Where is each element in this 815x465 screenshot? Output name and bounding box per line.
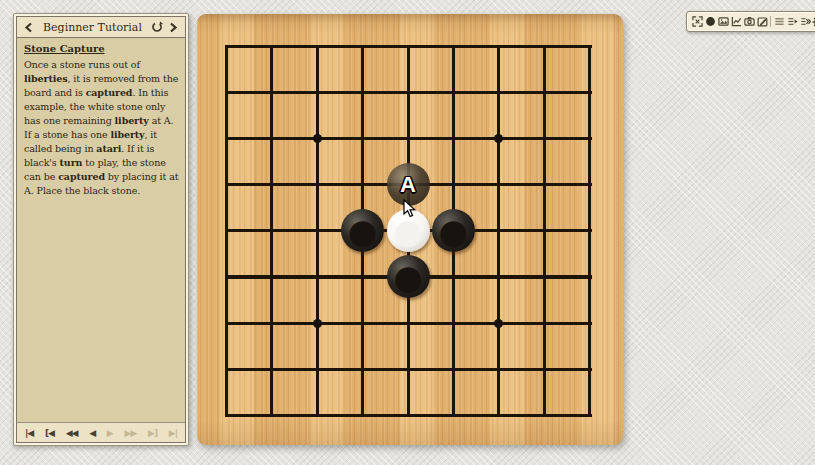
star-point	[476, 300, 521, 346]
stone-glyph: ●	[393, 260, 423, 294]
nav-forward-10-button[interactable]: ▶▶	[124, 428, 136, 438]
black-stone: ●	[431, 208, 476, 254]
liberty-label-A: A	[387, 163, 430, 206]
toolbar-separator	[770, 16, 771, 27]
tutorial-title: Beginner Tutorial	[43, 21, 142, 34]
nav-prev-branch-button[interactable]: [◀	[45, 428, 54, 438]
tutorial-paragraph: Once a stone runs out of liberties, it i…	[24, 58, 180, 198]
star-point-dot	[494, 319, 503, 328]
bold-term: turn	[60, 157, 83, 168]
star-point	[295, 116, 340, 162]
camera-icon[interactable]	[743, 15, 755, 28]
stone-icon[interactable]	[704, 15, 716, 28]
chart-icon[interactable]	[730, 15, 742, 28]
nav-back-button[interactable]: ◀	[89, 428, 95, 438]
star-point-dot	[313, 319, 322, 328]
section-heading: Stone Capture	[24, 43, 180, 54]
white-stone: ●	[385, 208, 430, 254]
refresh-icon[interactable]	[150, 20, 163, 34]
bold-term: liberties	[24, 73, 67, 84]
fullscreen-icon[interactable]	[691, 15, 703, 28]
bold-term: liberty	[110, 129, 144, 140]
nav-forward-button[interactable]: ▶	[107, 428, 113, 438]
nav-next-branch-button[interactable]: ▶]	[148, 428, 157, 438]
tutorial-header: Beginner Tutorial	[17, 17, 185, 38]
tutorial-content: Stone Capture Once a stone runs out of l…	[17, 38, 185, 422]
star-point	[295, 300, 340, 346]
nav-last-button[interactable]: ▶|	[169, 428, 177, 438]
tutorial-panel: Beginner Tutorial Stone Capture Once a s…	[13, 13, 189, 446]
stone-glyph: ●	[348, 214, 378, 248]
list-jump-icon[interactable]	[799, 15, 811, 28]
go-board[interactable]: ●A●●●●	[197, 14, 623, 445]
stone-glyph: ●	[393, 214, 423, 248]
stone-body: ●	[432, 209, 475, 252]
stone-body: ●	[341, 209, 384, 252]
list-play-icon[interactable]	[786, 15, 798, 28]
star-point-dot	[313, 134, 322, 143]
stone-body: ●	[387, 209, 430, 252]
ghost-stone-liberty-A[interactable]: ●A	[385, 162, 430, 208]
nav-back-10-button[interactable]: ◀◀	[66, 428, 78, 438]
tutorial-nav: |◀[◀◀◀◀▶▶▶▶]▶|	[17, 422, 185, 442]
nav-first-button[interactable]: |◀	[25, 428, 33, 438]
black-stone: ●	[340, 208, 385, 254]
tutorial-panel-inner: Beginner Tutorial Stone Capture Once a s…	[16, 16, 186, 443]
stone-glyph: ●	[439, 214, 469, 248]
image-icon[interactable]	[717, 15, 729, 28]
bold-term: liberty	[115, 115, 149, 126]
star-point-dot	[494, 134, 503, 143]
star-point	[476, 116, 521, 162]
board-grid: ●A●●●●	[204, 23, 613, 438]
stone-body: ●	[387, 255, 430, 298]
bold-term: captured	[86, 87, 133, 98]
stone-body: ●A	[387, 163, 430, 206]
forward-arrow-icon[interactable]	[167, 20, 180, 34]
move-list-icon[interactable]	[773, 15, 785, 28]
bold-term: captured	[58, 171, 105, 182]
back-arrow-icon[interactable]	[22, 20, 35, 34]
icon-toolbar	[686, 11, 815, 32]
app-window: { "game": "go", "theme": { "page_bg": "#…	[0, 0, 815, 465]
black-stone: ●	[385, 254, 430, 300]
bold-term: atari	[96, 143, 121, 154]
edit-icon[interactable]	[756, 15, 768, 28]
text-run: Once a stone runs out of	[24, 59, 140, 70]
